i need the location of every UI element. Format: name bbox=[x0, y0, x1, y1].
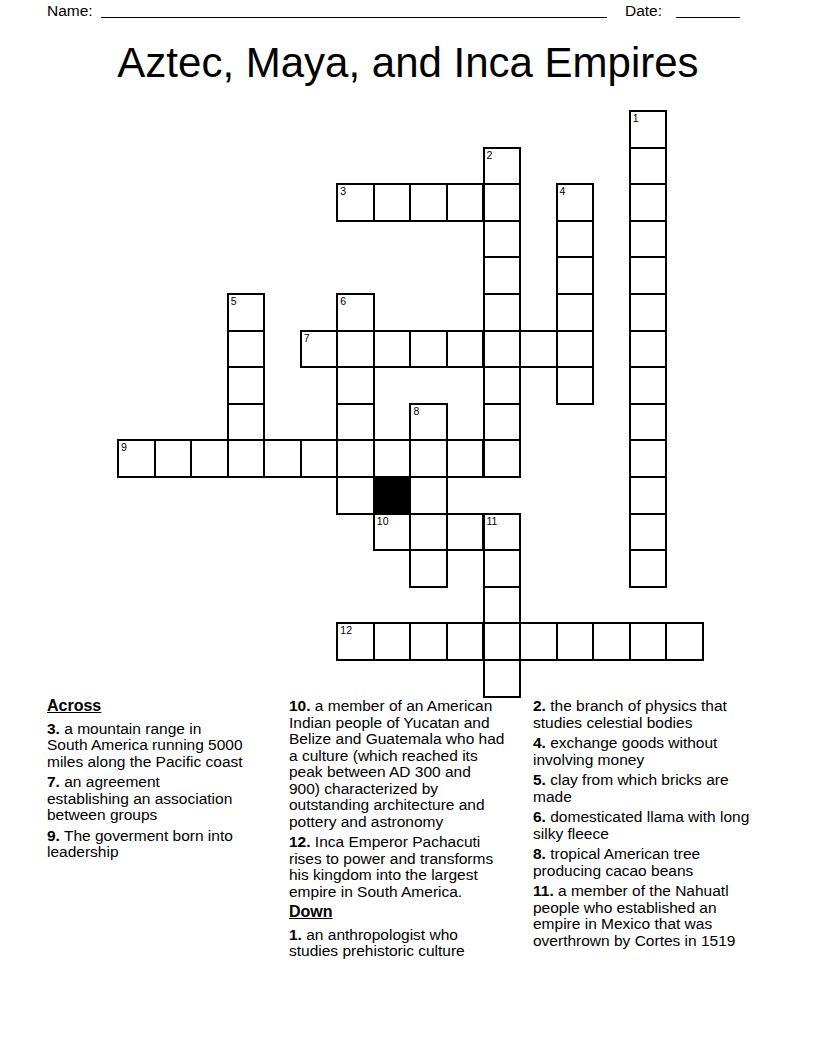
grid-cell[interactable] bbox=[629, 549, 668, 588]
grid-cell[interactable] bbox=[556, 293, 595, 332]
grid-cell[interactable] bbox=[263, 439, 302, 478]
clue-column-down: 2. the branch of physics that studies ce… bbox=[533, 698, 757, 953]
grid-cell[interactable] bbox=[483, 549, 522, 588]
grid-cell[interactable] bbox=[556, 330, 595, 369]
grid-cell[interactable] bbox=[665, 622, 704, 661]
clue-number: 8 bbox=[413, 405, 419, 417]
grid-cell[interactable] bbox=[629, 439, 668, 478]
clue-number-label: 9. bbox=[47, 827, 60, 844]
grid-cell[interactable]: 6 bbox=[336, 293, 375, 332]
clue-number-label: 3. bbox=[47, 720, 60, 737]
page-title: Aztec, Maya, and Inca Empires bbox=[0, 40, 816, 86]
clue-number: 7 bbox=[304, 332, 310, 344]
grid-cell[interactable] bbox=[629, 256, 668, 295]
clue-1: 1. an anthropologist who studies prehist… bbox=[289, 927, 506, 960]
grid-cell[interactable] bbox=[336, 366, 375, 405]
clue-9: 9. The goverment born into leadership bbox=[47, 828, 246, 861]
clue-12: 12. Inca Emperor Pachacuti rises to powe… bbox=[289, 834, 506, 900]
grid-cell[interactable]: 4 bbox=[556, 183, 595, 222]
grid-cell[interactable] bbox=[556, 256, 595, 295]
clue-number-label: 12. bbox=[289, 833, 311, 850]
grid-cell[interactable] bbox=[629, 147, 668, 186]
clue-7: 7. an agreement establishing an associat… bbox=[47, 774, 246, 824]
clue-number-label: 1. bbox=[289, 926, 302, 943]
grid-cell[interactable] bbox=[409, 513, 448, 552]
clue-number-label: 4. bbox=[533, 734, 546, 751]
grid-cell[interactable] bbox=[409, 476, 448, 515]
grid-cell[interactable] bbox=[629, 366, 668, 405]
clue-number: 6 bbox=[340, 295, 346, 307]
clue-number: 9 bbox=[121, 441, 127, 453]
clue-10: 10. a member of an American Indian peopl… bbox=[289, 698, 506, 830]
grid-cell[interactable]: 3 bbox=[336, 183, 375, 222]
grid-cell[interactable] bbox=[483, 183, 522, 222]
clue-number-label: 10. bbox=[289, 697, 311, 714]
grid-cell[interactable] bbox=[483, 622, 522, 661]
grid-cell[interactable] bbox=[556, 622, 595, 661]
grid-cell[interactable]: 1 bbox=[629, 110, 668, 149]
grid-cell[interactable] bbox=[409, 549, 448, 588]
clue-number-label: 5. bbox=[533, 771, 546, 788]
grid-cell[interactable] bbox=[373, 439, 412, 478]
grid-cell[interactable] bbox=[409, 439, 448, 478]
grid-cell[interactable] bbox=[409, 183, 448, 222]
clue-number-label: 6. bbox=[533, 808, 546, 825]
worksheet-header: Name: Date: bbox=[0, 0, 816, 26]
grid-cell[interactable] bbox=[556, 366, 595, 405]
grid-cell[interactable] bbox=[483, 586, 522, 625]
clue-11: 11. a member of the Nahuatl people who e… bbox=[533, 883, 757, 949]
grid-cell[interactable] bbox=[629, 622, 668, 661]
clue-8: 8. tropical American tree producing caca… bbox=[533, 846, 757, 879]
clues-heading-across: Across bbox=[47, 698, 246, 715]
clues-heading-down: Down bbox=[289, 904, 506, 921]
grid-cell[interactable] bbox=[629, 293, 668, 332]
grid-cell[interactable] bbox=[629, 403, 668, 442]
clue-column-middle: 10. a member of an American Indian peopl… bbox=[289, 698, 506, 964]
clue-number: 10 bbox=[377, 515, 389, 527]
grid-cell[interactable] bbox=[336, 439, 375, 478]
clue-column-across: Across3. a mountain range in South Ameri… bbox=[47, 698, 246, 865]
clue-number: 1 bbox=[633, 112, 639, 124]
grid-cell[interactable]: 5 bbox=[227, 293, 266, 332]
grid-cell[interactable] bbox=[409, 330, 448, 369]
grid-cell[interactable] bbox=[629, 183, 668, 222]
grid-cell[interactable] bbox=[336, 330, 375, 369]
grid-cell[interactable]: 7 bbox=[300, 330, 339, 369]
black-cell bbox=[373, 476, 412, 515]
grid-cell[interactable] bbox=[409, 622, 448, 661]
clue-number: 3 bbox=[340, 185, 346, 197]
name-input-line[interactable] bbox=[101, 3, 607, 18]
date-input-line[interactable] bbox=[676, 3, 740, 18]
grid-cell[interactable]: 10 bbox=[373, 513, 412, 552]
grid-cell[interactable] bbox=[483, 293, 522, 332]
grid-cell[interactable] bbox=[519, 330, 558, 369]
grid-cell[interactable] bbox=[373, 622, 412, 661]
grid-cell[interactable] bbox=[227, 439, 266, 478]
grid-cell[interactable]: 2 bbox=[483, 147, 522, 186]
grid-cell[interactable] bbox=[483, 256, 522, 295]
grid-cell[interactable] bbox=[483, 366, 522, 405]
grid-cell[interactable] bbox=[190, 439, 229, 478]
grid-cell[interactable] bbox=[446, 330, 485, 369]
grid-cell[interactable] bbox=[519, 622, 558, 661]
grid-cell[interactable] bbox=[483, 330, 522, 369]
grid-cell[interactable] bbox=[446, 513, 485, 552]
clue-number: 5 bbox=[231, 295, 237, 307]
clue-3: 3. a mountain range in South America run… bbox=[47, 721, 246, 771]
grid-cell[interactable] bbox=[300, 439, 339, 478]
grid-cell[interactable] bbox=[629, 513, 668, 552]
crossword-grid: 123456789101112 bbox=[117, 110, 703, 696]
grid-cell[interactable] bbox=[629, 220, 668, 259]
grid-cell[interactable] bbox=[629, 330, 668, 369]
grid-cell[interactable] bbox=[483, 659, 522, 698]
grid-cell[interactable] bbox=[446, 622, 485, 661]
grid-cell[interactable]: 9 bbox=[117, 439, 156, 478]
grid-cell[interactable] bbox=[483, 220, 522, 259]
grid-cell[interactable] bbox=[373, 330, 412, 369]
grid-cell[interactable] bbox=[336, 403, 375, 442]
grid-cell[interactable] bbox=[483, 403, 522, 442]
date-label: Date: bbox=[625, 2, 662, 20]
clue-2: 2. the branch of physics that studies ce… bbox=[533, 698, 757, 731]
grid-cell[interactable] bbox=[227, 403, 266, 442]
grid-cell[interactable] bbox=[373, 183, 412, 222]
clue-5: 5. clay from which bricks are made bbox=[533, 772, 757, 805]
grid-cell[interactable] bbox=[592, 622, 631, 661]
grid-cell[interactable] bbox=[446, 439, 485, 478]
grid-cell[interactable] bbox=[336, 476, 375, 515]
clue-number: 4 bbox=[560, 185, 566, 197]
grid-cell[interactable] bbox=[483, 439, 522, 478]
clue-number-label: 7. bbox=[47, 773, 60, 790]
grid-cell[interactable] bbox=[446, 183, 485, 222]
clue-4: 4. exchange goods without involving mone… bbox=[533, 735, 757, 768]
grid-cell[interactable] bbox=[227, 330, 266, 369]
clue-number: 12 bbox=[340, 624, 352, 636]
clue-number-label: 2. bbox=[533, 697, 546, 714]
clue-number: 2 bbox=[487, 149, 493, 161]
grid-cell[interactable] bbox=[629, 476, 668, 515]
clue-number-label: 8. bbox=[533, 845, 546, 862]
clue-6: 6. domesticated llama with long silky fl… bbox=[533, 809, 757, 842]
grid-cell[interactable]: 11 bbox=[483, 513, 522, 552]
clue-number-label: 11. bbox=[533, 882, 554, 899]
grid-cell[interactable]: 8 bbox=[409, 403, 448, 442]
clue-number: 11 bbox=[487, 515, 498, 527]
name-label: Name: bbox=[47, 2, 93, 20]
grid-cell[interactable] bbox=[556, 220, 595, 259]
grid-cell[interactable]: 12 bbox=[336, 622, 375, 661]
grid-cell[interactable] bbox=[227, 366, 266, 405]
grid-cell[interactable] bbox=[154, 439, 193, 478]
